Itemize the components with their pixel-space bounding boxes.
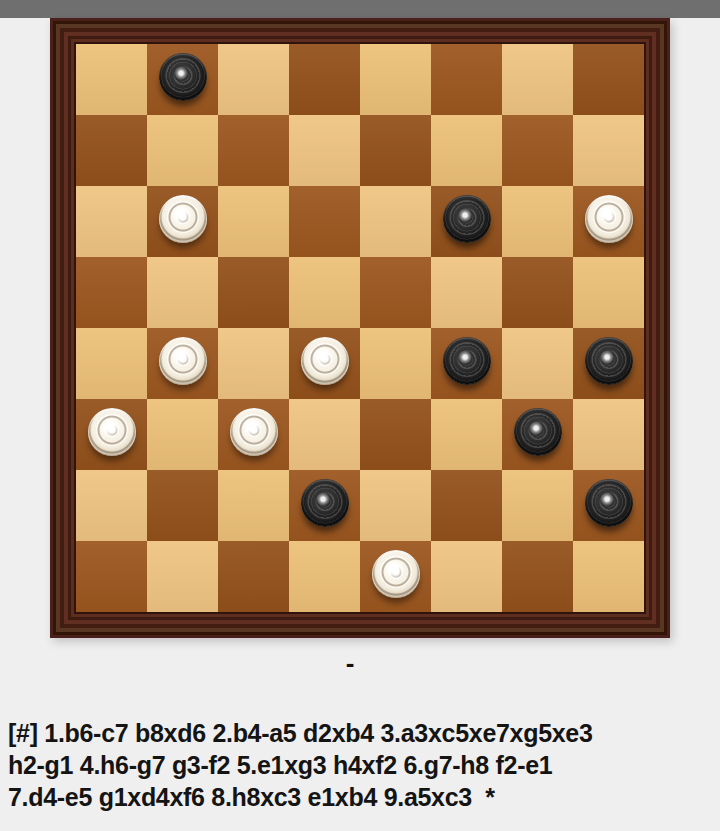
square-e5[interactable]: [360, 257, 431, 328]
square-c8[interactable]: [218, 44, 289, 115]
moves-line-1: [#] 1.b6-c7 b8xd6 2.b4-a5 d2xb4 3.a3xc5x…: [8, 717, 593, 749]
square-c5[interactable]: [218, 257, 289, 328]
square-f6[interactable]: [431, 186, 502, 257]
square-b7[interactable]: [147, 115, 218, 186]
white-piece[interactable]: [301, 337, 349, 385]
square-e2[interactable]: [360, 470, 431, 541]
square-h1[interactable]: [573, 541, 644, 612]
square-d7[interactable]: [289, 115, 360, 186]
square-d2[interactable]: [289, 470, 360, 541]
white-piece[interactable]: [159, 195, 207, 243]
black-piece[interactable]: [585, 479, 633, 527]
black-piece[interactable]: [301, 479, 349, 527]
square-c7[interactable]: [218, 115, 289, 186]
square-b5[interactable]: [147, 257, 218, 328]
square-f1[interactable]: [431, 541, 502, 612]
square-a8[interactable]: [76, 44, 147, 115]
status-bar: [0, 0, 720, 18]
square-f7[interactable]: [431, 115, 502, 186]
square-g2[interactable]: [502, 470, 573, 541]
square-g4[interactable]: [502, 328, 573, 399]
square-f5[interactable]: [431, 257, 502, 328]
white-piece[interactable]: [585, 195, 633, 243]
square-d1[interactable]: [289, 541, 360, 612]
square-a6[interactable]: [76, 186, 147, 257]
square-d8[interactable]: [289, 44, 360, 115]
square-g7[interactable]: [502, 115, 573, 186]
square-g5[interactable]: [502, 257, 573, 328]
square-f8[interactable]: [431, 44, 502, 115]
moves-line-3: 7.d4-e5 g1xd4xf6 8.h8xc3 e1xb4 9.a5xc3 *: [8, 781, 593, 813]
square-c4[interactable]: [218, 328, 289, 399]
board-frame: [50, 18, 670, 638]
moves-line-2: h2-g1 4.h6-g7 g3-f2 5.e1xg3 h4xf2 6.g7-h…: [8, 749, 593, 781]
black-piece[interactable]: [159, 53, 207, 101]
square-a2[interactable]: [76, 470, 147, 541]
square-a5[interactable]: [76, 257, 147, 328]
board: [76, 44, 644, 612]
square-a7[interactable]: [76, 115, 147, 186]
square-d6[interactable]: [289, 186, 360, 257]
square-h6[interactable]: [573, 186, 644, 257]
square-b4[interactable]: [147, 328, 218, 399]
square-h2[interactable]: [573, 470, 644, 541]
square-e8[interactable]: [360, 44, 431, 115]
square-e1[interactable]: [360, 541, 431, 612]
square-e6[interactable]: [360, 186, 431, 257]
square-e3[interactable]: [360, 399, 431, 470]
square-g8[interactable]: [502, 44, 573, 115]
square-d3[interactable]: [289, 399, 360, 470]
square-c3[interactable]: [218, 399, 289, 470]
square-a3[interactable]: [76, 399, 147, 470]
square-h3[interactable]: [573, 399, 644, 470]
square-b6[interactable]: [147, 186, 218, 257]
square-b8[interactable]: [147, 44, 218, 115]
square-c6[interactable]: [218, 186, 289, 257]
white-piece[interactable]: [88, 408, 136, 456]
square-g1[interactable]: [502, 541, 573, 612]
white-piece[interactable]: [230, 408, 278, 456]
square-f4[interactable]: [431, 328, 502, 399]
square-h4[interactable]: [573, 328, 644, 399]
black-piece[interactable]: [514, 408, 562, 456]
square-b2[interactable]: [147, 470, 218, 541]
white-piece[interactable]: [372, 550, 420, 598]
moves-text: [#] 1.b6-c7 b8xd6 2.b4-a5 d2xb4 3.a3xc5x…: [8, 717, 593, 813]
square-e4[interactable]: [360, 328, 431, 399]
black-piece[interactable]: [443, 195, 491, 243]
square-c2[interactable]: [218, 470, 289, 541]
square-h5[interactable]: [573, 257, 644, 328]
square-h7[interactable]: [573, 115, 644, 186]
square-g6[interactable]: [502, 186, 573, 257]
square-d4[interactable]: [289, 328, 360, 399]
square-b1[interactable]: [147, 541, 218, 612]
square-d5[interactable]: [289, 257, 360, 328]
square-h8[interactable]: [573, 44, 644, 115]
black-piece[interactable]: [585, 337, 633, 385]
square-a1[interactable]: [76, 541, 147, 612]
square-g3[interactable]: [502, 399, 573, 470]
square-f3[interactable]: [431, 399, 502, 470]
square-a4[interactable]: [76, 328, 147, 399]
white-piece[interactable]: [159, 337, 207, 385]
black-piece[interactable]: [443, 337, 491, 385]
square-e7[interactable]: [360, 115, 431, 186]
square-f2[interactable]: [431, 470, 502, 541]
square-c1[interactable]: [218, 541, 289, 612]
square-b3[interactable]: [147, 399, 218, 470]
move-separator: -: [0, 648, 700, 679]
